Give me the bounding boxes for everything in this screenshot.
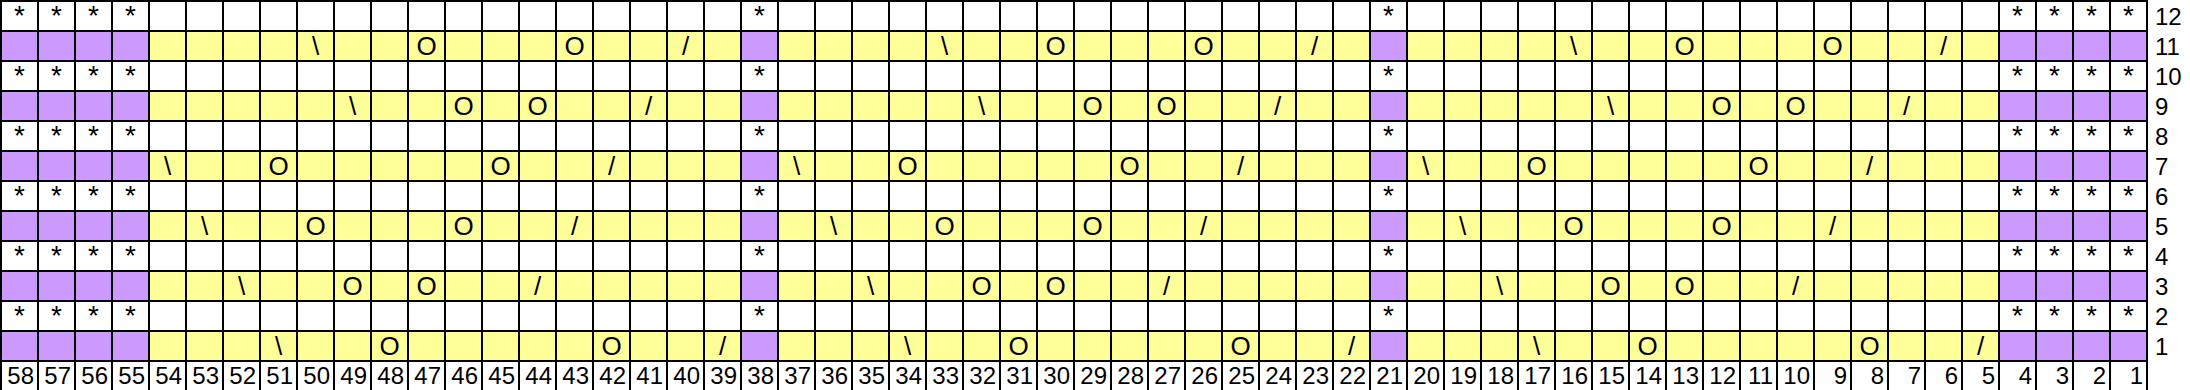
grid-cell	[1408, 242, 1445, 272]
grid-cell	[1149, 242, 1186, 272]
grid-cell	[113, 152, 150, 182]
grid-cell	[631, 272, 668, 302]
grid-cell	[446, 152, 483, 182]
grid-cell	[372, 242, 409, 272]
grid-cell	[150, 2, 187, 32]
grid-cell	[1186, 332, 1223, 362]
grid-cell	[1815, 62, 1852, 92]
grid-cell	[890, 242, 927, 272]
grid-cell	[224, 32, 261, 62]
grid-cell	[1482, 332, 1519, 362]
grid-cell: *	[113, 122, 150, 152]
grid-cell	[890, 212, 927, 242]
grid-cell: \	[1556, 32, 1593, 62]
grid-cell	[1815, 272, 1852, 302]
grid-cell	[1112, 242, 1149, 272]
column-number-cell: 26	[1186, 362, 1223, 390]
grid-cell	[1408, 302, 1445, 332]
grid-cell	[298, 2, 335, 32]
grid-cell: O	[1075, 92, 1112, 122]
grid-cell	[1741, 242, 1778, 272]
grid-cell	[1371, 272, 1408, 302]
grid-cell	[816, 272, 853, 302]
grid-cell	[1963, 152, 2000, 182]
grid-cell	[335, 212, 372, 242]
grid-cell	[557, 152, 594, 182]
grid-cell	[1519, 62, 1556, 92]
grid-cell	[372, 152, 409, 182]
grid-cell: /	[1297, 32, 1334, 62]
grid-cell: /	[668, 32, 705, 62]
grid-cell	[2, 32, 39, 62]
grid-cell: \	[298, 32, 335, 62]
grid-cell	[298, 332, 335, 362]
grid-cell	[1630, 32, 1667, 62]
grid-cell	[409, 242, 446, 272]
grid-cell	[853, 182, 890, 212]
grid-cell: O	[1741, 152, 1778, 182]
grid-cell	[1593, 32, 1630, 62]
grid-cell: *	[2000, 242, 2037, 272]
grid-cell: O	[1593, 272, 1630, 302]
grid-cell	[372, 122, 409, 152]
grid-cell	[705, 152, 742, 182]
column-number-cell: 44	[520, 362, 557, 390]
grid-cell	[964, 32, 1001, 62]
grid-cell	[1778, 332, 1815, 362]
grid-cell	[2037, 332, 2074, 362]
grid-cell	[1593, 62, 1630, 92]
grid-cell	[1371, 32, 1408, 62]
grid-cell	[1926, 2, 1963, 32]
grid-cell	[409, 182, 446, 212]
grid-cell	[187, 332, 224, 362]
grid-cell	[2000, 152, 2037, 182]
grid-cell	[1556, 242, 1593, 272]
grid-cell	[1334, 152, 1371, 182]
column-number-cell: 58	[2, 362, 39, 390]
grid-cell: O	[890, 152, 927, 182]
column-number-cell: 37	[779, 362, 816, 390]
grid-cell	[1926, 122, 1963, 152]
grid-cell	[1519, 242, 1556, 272]
grid-cell	[1223, 92, 1260, 122]
column-number-cell: 9	[1815, 362, 1852, 390]
grid-cell	[1038, 62, 1075, 92]
grid-cell	[1297, 212, 1334, 242]
grid-cell	[1445, 152, 1482, 182]
grid-cell: *	[76, 182, 113, 212]
grid-cell	[631, 32, 668, 62]
grid-cell	[1778, 62, 1815, 92]
grid-cell	[1223, 212, 1260, 242]
grid-cell: *	[742, 62, 779, 92]
grid-cell	[668, 152, 705, 182]
grid-cell	[1075, 182, 1112, 212]
column-number-cell: 25	[1223, 362, 1260, 390]
grid-cell	[2000, 272, 2037, 302]
grid-cell	[1963, 122, 2000, 152]
chart-grid: **********\OO/\OO/\OO/**********\OO/\OO/…	[0, 0, 2148, 390]
grid-cell	[224, 182, 261, 212]
grid-cell	[298, 182, 335, 212]
grid-cell	[1260, 272, 1297, 302]
grid-cell: O	[1778, 92, 1815, 122]
grid-cell	[1149, 302, 1186, 332]
grid-cell: O	[1704, 212, 1741, 242]
grid-cell	[483, 212, 520, 242]
grid-cell	[1334, 272, 1371, 302]
grid-cell: \	[1445, 212, 1482, 242]
grid-cell: *	[2111, 302, 2148, 332]
grid-cell: *	[39, 2, 76, 32]
grid-cell	[1963, 212, 2000, 242]
grid-cell	[1963, 272, 2000, 302]
row-number-label: 4	[2148, 242, 2182, 272]
grid-cell	[779, 332, 816, 362]
grid-cell: O	[1852, 332, 1889, 362]
grid-cell: *	[2000, 122, 2037, 152]
grid-cell	[335, 302, 372, 332]
grid-cell	[1334, 242, 1371, 272]
grid-cell	[779, 272, 816, 302]
grid-cell	[1630, 122, 1667, 152]
grid-cell	[1223, 302, 1260, 332]
grid-cell	[1297, 242, 1334, 272]
grid-cell: O	[335, 272, 372, 302]
grid-cell	[557, 242, 594, 272]
grid-cell	[1334, 122, 1371, 152]
column-number-cell: 15	[1593, 362, 1630, 390]
grid-cell	[1297, 62, 1334, 92]
grid-cell	[372, 32, 409, 62]
grid-cell	[1038, 182, 1075, 212]
grid-cell	[483, 272, 520, 302]
grid-cell	[520, 62, 557, 92]
grid-cell	[39, 272, 76, 302]
grid-cell	[1260, 332, 1297, 362]
grid-cell	[1630, 302, 1667, 332]
grid-cell: *	[1371, 122, 1408, 152]
grid-cell: /	[1334, 332, 1371, 362]
grid-cell	[594, 2, 631, 32]
grid-cell	[890, 2, 927, 32]
grid-cell	[1371, 92, 1408, 122]
grid-cell: *	[2, 182, 39, 212]
grid-cell	[1482, 2, 1519, 32]
grid-cell	[705, 242, 742, 272]
grid-cell	[1889, 2, 1926, 32]
grid-cell	[446, 302, 483, 332]
grid-cell	[1593, 242, 1630, 272]
grid-cell: O	[1038, 272, 1075, 302]
grid-cell	[853, 92, 890, 122]
grid-cell	[1371, 332, 1408, 362]
row-number-label: 1	[2148, 332, 2182, 362]
grid-cell	[1778, 2, 1815, 32]
grid-cell: *	[113, 242, 150, 272]
grid-cell	[372, 182, 409, 212]
grid-cell	[927, 2, 964, 32]
grid-cell	[1445, 2, 1482, 32]
column-number-cell: 45	[483, 362, 520, 390]
grid-cell	[2000, 212, 2037, 242]
grid-cell	[483, 182, 520, 212]
grid-cell: *	[2000, 182, 2037, 212]
grid-cell	[1778, 32, 1815, 62]
grid-cell	[1963, 242, 2000, 272]
grid-cell	[1667, 92, 1704, 122]
column-number-cell: 30	[1038, 362, 1075, 390]
grid-cell: *	[113, 2, 150, 32]
grid-cell	[224, 62, 261, 92]
grid-cell	[1704, 242, 1741, 272]
grid-cell	[816, 2, 853, 32]
grid-cell	[1852, 92, 1889, 122]
column-number-cell: 24	[1260, 362, 1297, 390]
grid-cell: O	[1001, 332, 1038, 362]
grid-cell	[594, 182, 631, 212]
grid-cell	[520, 2, 557, 32]
grid-cell: O	[1038, 32, 1075, 62]
grid-cell	[39, 212, 76, 242]
grid-cell	[1445, 32, 1482, 62]
grid-cell	[1963, 2, 2000, 32]
grid-cell	[964, 332, 1001, 362]
grid-cell	[224, 92, 261, 122]
column-number-cell: 13	[1667, 362, 1704, 390]
grid-cell	[372, 212, 409, 242]
grid-cell	[1704, 152, 1741, 182]
column-number-cell: 18	[1482, 362, 1519, 390]
grid-cell: *	[2037, 122, 2074, 152]
grid-cell: /	[1223, 152, 1260, 182]
row-number-label: 12	[2148, 2, 2182, 32]
grid-cell: *	[2, 302, 39, 332]
grid-cell	[298, 62, 335, 92]
grid-cell: /	[520, 272, 557, 302]
grid-cell: *	[76, 242, 113, 272]
grid-cell	[1482, 182, 1519, 212]
grid-cell	[964, 122, 1001, 152]
grid-cell: \	[964, 92, 1001, 122]
grid-cell	[1963, 62, 2000, 92]
grid-cell	[1741, 272, 1778, 302]
grid-cell	[76, 32, 113, 62]
grid-cell	[2, 212, 39, 242]
grid-cell	[557, 272, 594, 302]
column-number-cell: 27	[1149, 362, 1186, 390]
column-number-cell: 49	[335, 362, 372, 390]
grid-cell: *	[39, 302, 76, 332]
grid-cell	[1667, 152, 1704, 182]
grid-cell	[668, 242, 705, 272]
grid-cell	[705, 2, 742, 32]
column-number-cell: 54	[150, 362, 187, 390]
grid-cell: *	[742, 182, 779, 212]
grid-cell: *	[2037, 242, 2074, 272]
grid-cell	[1260, 212, 1297, 242]
grid-cell: O	[298, 212, 335, 242]
grid-cell	[261, 32, 298, 62]
grid-cell: *	[76, 302, 113, 332]
grid-cell	[927, 272, 964, 302]
grid-cell: *	[2074, 302, 2111, 332]
grid-cell	[224, 332, 261, 362]
grid-cell: /	[705, 332, 742, 362]
grid-cell	[187, 92, 224, 122]
grid-cell: *	[1371, 182, 1408, 212]
grid-cell	[483, 302, 520, 332]
grid-cell: \	[224, 272, 261, 302]
grid-cell	[298, 302, 335, 332]
grid-cell	[372, 2, 409, 32]
grid-cell: /	[557, 212, 594, 242]
grid-cell	[1926, 302, 1963, 332]
grid-cell: \	[1482, 272, 1519, 302]
grid-cell	[1519, 182, 1556, 212]
grid-cell	[1075, 32, 1112, 62]
grid-cell	[520, 302, 557, 332]
grid-cell	[668, 332, 705, 362]
grid-cell	[1778, 122, 1815, 152]
column-number-cell: 3	[2037, 362, 2074, 390]
grid-cell	[1889, 182, 1926, 212]
grid-cell	[409, 2, 446, 32]
grid-cell	[853, 242, 890, 272]
grid-cell	[483, 92, 520, 122]
grid-cell	[1556, 122, 1593, 152]
grid-cell	[853, 152, 890, 182]
grid-cell	[187, 182, 224, 212]
grid-cell	[335, 182, 372, 212]
column-number-cell: 43	[557, 362, 594, 390]
grid-cell	[1149, 2, 1186, 32]
grid-cell: *	[2037, 182, 2074, 212]
grid-cell: *	[2111, 62, 2148, 92]
column-number-cell: 16	[1556, 362, 1593, 390]
grid-cell	[187, 122, 224, 152]
grid-cell	[779, 32, 816, 62]
grid-cell	[742, 32, 779, 62]
grid-cell	[1852, 272, 1889, 302]
grid-cell	[1667, 332, 1704, 362]
grid-cell	[1704, 62, 1741, 92]
column-number-cell: 40	[668, 362, 705, 390]
grid-cell	[1593, 152, 1630, 182]
column-number-cell: 7	[1889, 362, 1926, 390]
grid-cell: /	[1926, 32, 1963, 62]
grid-cell: *	[2, 2, 39, 32]
grid-cell	[557, 182, 594, 212]
grid-cell	[1852, 182, 1889, 212]
grid-cell	[150, 302, 187, 332]
grid-cell	[1889, 212, 1926, 242]
grid-cell	[1926, 62, 1963, 92]
grid-cell	[335, 332, 372, 362]
grid-cell: *	[2111, 2, 2148, 32]
grid-cell	[1482, 62, 1519, 92]
grid-cell	[1112, 332, 1149, 362]
grid-cell	[853, 332, 890, 362]
grid-cell	[1001, 302, 1038, 332]
grid-cell	[113, 212, 150, 242]
grid-cell: O	[1704, 92, 1741, 122]
grid-cell	[1741, 2, 1778, 32]
row-numbers: 121110987654321	[2148, 0, 2182, 362]
grid-cell	[1038, 92, 1075, 122]
grid-cell: \	[1519, 332, 1556, 362]
grid-cell: *	[2, 242, 39, 272]
grid-cell	[1075, 152, 1112, 182]
row-number-label: 10	[2148, 62, 2182, 92]
grid-cell	[1926, 332, 1963, 362]
grid-cell	[2037, 92, 2074, 122]
grid-cell	[668, 272, 705, 302]
row-number-label: 3	[2148, 272, 2182, 302]
grid-cell: O	[409, 32, 446, 62]
grid-cell	[2, 272, 39, 302]
grid-cell	[1297, 2, 1334, 32]
grid-cell	[668, 122, 705, 152]
grid-cell	[1667, 182, 1704, 212]
column-number-cell: 12	[1704, 362, 1741, 390]
grid-cell	[1963, 92, 2000, 122]
grid-cell	[853, 212, 890, 242]
column-number-cell: 11	[1741, 362, 1778, 390]
grid-cell	[298, 122, 335, 152]
grid-cell	[1408, 332, 1445, 362]
grid-cell	[1815, 332, 1852, 362]
grid-cell: \	[261, 332, 298, 362]
grid-cell	[816, 242, 853, 272]
grid-cell	[1889, 122, 1926, 152]
grid-cell	[2000, 32, 2037, 62]
grid-cell	[1038, 2, 1075, 32]
grid-cell	[1223, 32, 1260, 62]
grid-cell	[1556, 332, 1593, 362]
grid-cell	[668, 62, 705, 92]
grid-cell: /	[1778, 272, 1815, 302]
grid-cell	[150, 32, 187, 62]
grid-cell	[1001, 32, 1038, 62]
grid-cell	[1075, 242, 1112, 272]
grid-cell	[1371, 212, 1408, 242]
grid-cell: *	[2000, 302, 2037, 332]
grid-cell	[2074, 212, 2111, 242]
grid-cell	[557, 122, 594, 152]
grid-cell	[1593, 2, 1630, 32]
grid-cell	[2, 92, 39, 122]
column-number-cell: 56	[76, 362, 113, 390]
grid-cell	[742, 272, 779, 302]
grid-cell	[1482, 32, 1519, 62]
grid-cell: *	[1371, 302, 1408, 332]
grid-cell: O	[261, 152, 298, 182]
grid-cell: *	[39, 242, 76, 272]
grid-cell: *	[39, 122, 76, 152]
grid-cell	[1519, 212, 1556, 242]
grid-cell	[372, 92, 409, 122]
grid-cell	[1445, 122, 1482, 152]
grid-cell	[1778, 212, 1815, 242]
column-number-cell: 20	[1408, 362, 1445, 390]
grid-cell	[187, 152, 224, 182]
grid-cell	[890, 32, 927, 62]
grid-cell	[261, 2, 298, 32]
grid-cell	[1741, 122, 1778, 152]
grid-cell	[1852, 302, 1889, 332]
